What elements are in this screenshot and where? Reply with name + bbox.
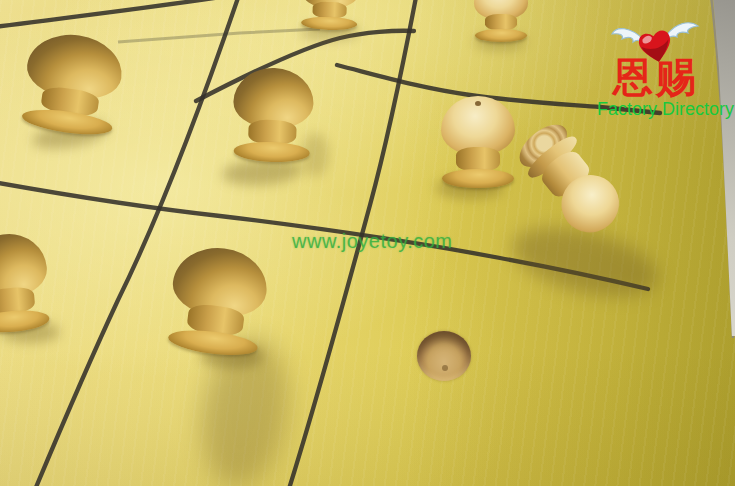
peg-3-neck	[248, 119, 297, 145]
supplier-logo: 恩赐 Factory Directory	[588, 16, 735, 120]
peg-5-base	[442, 169, 513, 188]
empty-peg-hole[interactable]	[417, 331, 471, 381]
peg-5-top-mark	[475, 101, 481, 106]
peg-4-neck	[485, 14, 517, 30]
hole-pit-mark	[442, 365, 448, 371]
peg-8[interactable]	[165, 243, 271, 360]
peg-4-base	[475, 29, 527, 42]
peg-2-base	[301, 16, 357, 31]
grid-line-faint	[118, 29, 320, 42]
peg-5[interactable]	[441, 96, 515, 188]
logo-subtitle-text: Factory Directory	[596, 100, 735, 118]
peg-2[interactable]	[300, 0, 360, 31]
peg-3[interactable]	[231, 67, 314, 164]
board-photo: www.joyetoy.com 恩赐 Factory Directory	[0, 0, 735, 486]
watermark-text: www.joyetoy.com	[292, 230, 453, 253]
peg-4[interactable]	[474, 0, 528, 42]
grid-line-row-top	[0, 0, 240, 27]
peg-5-neck	[456, 147, 500, 171]
peg-3-base	[233, 141, 310, 163]
peg-7[interactable]	[0, 231, 52, 335]
logo-chinese-text: 恩赐	[596, 56, 716, 98]
peg-1[interactable]	[19, 29, 127, 139]
